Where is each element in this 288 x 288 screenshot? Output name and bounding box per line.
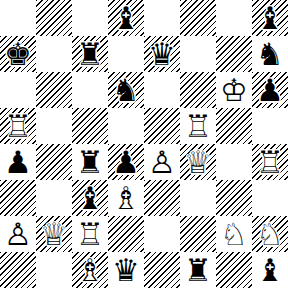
square-h1[interactable]: ♝♝ (252, 252, 288, 288)
white-pawn-silhouette: ♟ (0, 216, 36, 252)
square-c8[interactable] (72, 0, 108, 36)
white-rook-silhouette: ♜ (180, 108, 216, 144)
black-pawn-silhouette: ♟ (0, 144, 36, 180)
black-bishop-silhouette: ♝ (252, 0, 288, 36)
black-bishop-icon: ♝ (108, 0, 144, 36)
square-d1[interactable]: ♛♛ (108, 252, 144, 288)
square-a3[interactable] (0, 180, 36, 216)
square-h2[interactable]: ♞♘ (252, 216, 288, 252)
chess-board: ♝♝♝♝♚♚♜♜♛♛♞♞♞♞♚♔♟♟♜♖♜♖♟♟♜♜♟♟♟♙♛♕♜♖♝♝♝♗♟♙… (0, 0, 288, 288)
square-a8[interactable] (0, 0, 36, 36)
white-pawn-icon: ♙ (0, 216, 36, 252)
square-a1[interactable] (0, 252, 36, 288)
black-bishop-icon: ♝ (72, 180, 108, 216)
square-c2[interactable]: ♜♖ (72, 216, 108, 252)
square-f6[interactable] (180, 72, 216, 108)
square-f5[interactable]: ♜♖ (180, 108, 216, 144)
white-bishop-icon: ♗ (108, 180, 144, 216)
square-g1[interactable] (216, 252, 252, 288)
square-f3[interactable] (180, 180, 216, 216)
square-a4[interactable]: ♟♟ (0, 144, 36, 180)
white-rook-icon: ♖ (72, 216, 108, 252)
black-pawn-icon: ♟ (108, 144, 144, 180)
square-a5[interactable]: ♜♖ (0, 108, 36, 144)
square-c5[interactable] (72, 108, 108, 144)
square-g7[interactable] (216, 36, 252, 72)
square-f8[interactable] (180, 0, 216, 36)
black-rook-silhouette: ♜ (72, 144, 108, 180)
square-c3[interactable]: ♝♝ (72, 180, 108, 216)
white-queen-silhouette: ♛ (180, 144, 216, 180)
square-b5[interactable] (36, 108, 72, 144)
square-e2[interactable] (144, 216, 180, 252)
square-b3[interactable] (36, 180, 72, 216)
white-bishop-silhouette: ♝ (108, 180, 144, 216)
black-bishop-silhouette: ♝ (252, 252, 288, 288)
white-rook-icon: ♖ (0, 108, 36, 144)
square-g4[interactable] (216, 144, 252, 180)
white-queen-icon: ♕ (36, 216, 72, 252)
black-queen-icon: ♛ (108, 252, 144, 288)
square-e3[interactable] (144, 180, 180, 216)
square-a7[interactable]: ♚♚ (0, 36, 36, 72)
square-h6[interactable]: ♟♟ (252, 72, 288, 108)
square-d2[interactable] (108, 216, 144, 252)
black-knight-silhouette: ♞ (252, 36, 288, 72)
square-f4[interactable]: ♛♕ (180, 144, 216, 180)
square-e5[interactable] (144, 108, 180, 144)
square-d5[interactable] (108, 108, 144, 144)
square-g8[interactable] (216, 0, 252, 36)
white-knight-icon: ♘ (216, 216, 252, 252)
square-f2[interactable] (180, 216, 216, 252)
square-b8[interactable] (36, 0, 72, 36)
square-b1[interactable] (36, 252, 72, 288)
white-rook-icon: ♖ (180, 108, 216, 144)
black-pawn-icon: ♟ (252, 72, 288, 108)
black-bishop-icon: ♝ (252, 0, 288, 36)
black-rook-icon: ♜ (72, 36, 108, 72)
black-queen-silhouette: ♛ (108, 252, 144, 288)
black-bishop-silhouette: ♝ (72, 180, 108, 216)
white-knight-silhouette: ♞ (252, 216, 288, 252)
square-c6[interactable] (72, 72, 108, 108)
square-g5[interactable] (216, 108, 252, 144)
square-a2[interactable]: ♟♙ (0, 216, 36, 252)
square-d3[interactable]: ♝♗ (108, 180, 144, 216)
square-h5[interactable] (252, 108, 288, 144)
square-c4[interactable]: ♜♜ (72, 144, 108, 180)
square-b2[interactable]: ♛♕ (36, 216, 72, 252)
black-king-silhouette: ♚ (0, 36, 36, 72)
black-knight-silhouette: ♞ (108, 72, 144, 108)
white-queen-icon: ♕ (180, 144, 216, 180)
white-king-silhouette: ♚ (216, 72, 252, 108)
white-queen-silhouette: ♛ (36, 216, 72, 252)
white-rook-silhouette: ♜ (252, 144, 288, 180)
square-b6[interactable] (36, 72, 72, 108)
square-d8[interactable]: ♝♝ (108, 0, 144, 36)
black-pawn-icon: ♟ (0, 144, 36, 180)
black-queen-silhouette: ♛ (144, 36, 180, 72)
white-pawn-icon: ♙ (144, 144, 180, 180)
square-d6[interactable]: ♞♞ (108, 72, 144, 108)
black-rook-icon: ♜ (72, 144, 108, 180)
square-h7[interactable]: ♞♞ (252, 36, 288, 72)
black-bishop-icon: ♝ (252, 252, 288, 288)
square-a6[interactable] (0, 72, 36, 108)
white-knight-icon: ♘ (252, 216, 288, 252)
black-pawn-silhouette: ♟ (252, 72, 288, 108)
square-h4[interactable]: ♜♖ (252, 144, 288, 180)
black-king-icon: ♚ (0, 36, 36, 72)
black-rook-icon: ♜ (180, 252, 216, 288)
white-bishop-icon: ♗ (72, 252, 108, 288)
white-pawn-silhouette: ♟ (144, 144, 180, 180)
square-e6[interactable] (144, 72, 180, 108)
black-rook-silhouette: ♜ (180, 252, 216, 288)
square-e7[interactable]: ♛♛ (144, 36, 180, 72)
black-queen-icon: ♛ (144, 36, 180, 72)
square-d7[interactable] (108, 36, 144, 72)
white-rook-silhouette: ♜ (0, 108, 36, 144)
white-king-icon: ♔ (216, 72, 252, 108)
white-bishop-silhouette: ♝ (72, 252, 108, 288)
square-f1[interactable]: ♜♜ (180, 252, 216, 288)
square-b7[interactable] (36, 36, 72, 72)
square-b4[interactable] (36, 144, 72, 180)
square-g3[interactable] (216, 180, 252, 216)
square-g2[interactable]: ♞♘ (216, 216, 252, 252)
black-rook-silhouette: ♜ (72, 36, 108, 72)
square-f7[interactable] (180, 36, 216, 72)
square-d4[interactable]: ♟♟ (108, 144, 144, 180)
white-knight-silhouette: ♞ (216, 216, 252, 252)
square-h8[interactable]: ♝♝ (252, 0, 288, 36)
black-pawn-silhouette: ♟ (108, 144, 144, 180)
black-knight-icon: ♞ (252, 36, 288, 72)
square-c7[interactable]: ♜♜ (72, 36, 108, 72)
white-rook-silhouette: ♜ (72, 216, 108, 252)
square-e8[interactable] (144, 0, 180, 36)
square-c1[interactable]: ♝♗ (72, 252, 108, 288)
square-h3[interactable] (252, 180, 288, 216)
square-e4[interactable]: ♟♙ (144, 144, 180, 180)
square-g6[interactable]: ♚♔ (216, 72, 252, 108)
white-rook-icon: ♖ (252, 144, 288, 180)
black-knight-icon: ♞ (108, 72, 144, 108)
black-bishop-silhouette: ♝ (108, 0, 144, 36)
square-e1[interactable] (144, 252, 180, 288)
